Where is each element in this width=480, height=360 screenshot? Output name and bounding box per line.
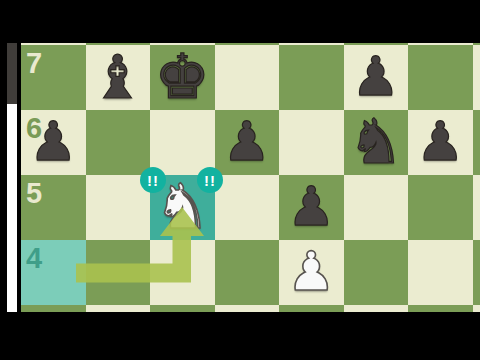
- square-e6[interactable]: [279, 110, 344, 175]
- square-h7[interactable]: [473, 45, 480, 110]
- letterbox-top-bar: [0, 0, 480, 43]
- square-g5[interactable]: [408, 175, 473, 240]
- square-g4[interactable]: [408, 240, 473, 305]
- black-knight[interactable]: ♞: [344, 110, 409, 175]
- letterbox-bottom-bar: [0, 312, 480, 360]
- square-h5[interactable]: [473, 175, 480, 240]
- square-c4[interactable]: [150, 240, 215, 305]
- square-a4[interactable]: 4: [21, 240, 86, 305]
- rank-label-4: 4: [26, 243, 42, 273]
- black-pawn[interactable]: ♟: [215, 110, 280, 175]
- black-king[interactable]: ♚: [150, 45, 215, 110]
- square-f5[interactable]: [344, 175, 409, 240]
- evaluation-bar-black-section: [7, 43, 17, 104]
- square-d7[interactable]: [215, 45, 280, 110]
- black-pawn[interactable]: ♟: [408, 110, 473, 175]
- square-c6[interactable]: [150, 110, 215, 175]
- square-b6[interactable]: [86, 110, 151, 175]
- square-a7[interactable]: 7: [21, 45, 86, 110]
- evaluation-bar-white-section: [7, 104, 17, 312]
- square-b4[interactable]: [86, 240, 151, 305]
- square-h4[interactable]: [473, 240, 480, 305]
- evaluation-bar: [7, 43, 17, 312]
- brilliant-badge-icon: !!: [197, 167, 223, 193]
- black-bishop[interactable]: ♝: [86, 45, 151, 110]
- white-pawn[interactable]: ♟: [279, 240, 344, 305]
- chess-board: 87654321♝♚♟♟♟♞♟♞♟♟: [21, 0, 480, 360]
- square-e7[interactable]: [279, 45, 344, 110]
- square-f4[interactable]: [344, 240, 409, 305]
- square-h6[interactable]: [473, 110, 480, 175]
- rank-label-7: 7: [26, 48, 42, 78]
- rank-label-5: 5: [26, 178, 42, 208]
- black-pawn[interactable]: ♟: [279, 175, 344, 240]
- brilliant-badge-icon: !!: [140, 167, 166, 193]
- square-g7[interactable]: [408, 45, 473, 110]
- square-a5[interactable]: 5: [21, 175, 86, 240]
- black-pawn[interactable]: ♟: [344, 45, 409, 110]
- square-d4[interactable]: [215, 240, 280, 305]
- square-d5[interactable]: [215, 175, 280, 240]
- black-pawn[interactable]: ♟: [21, 110, 86, 175]
